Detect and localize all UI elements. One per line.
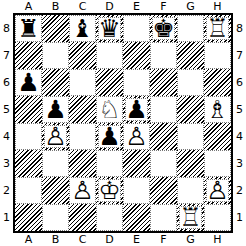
white-bishop[interactable]: ♗ — [206, 96, 228, 123]
square-d4[interactable]: ♟ — [96, 123, 123, 150]
square-b6[interactable] — [42, 69, 69, 96]
square-g1[interactable]: ♖ — [177, 204, 204, 231]
rank-label: 6 — [233, 69, 246, 96]
square-d8[interactable]: ♛ — [96, 15, 123, 42]
square-f3[interactable] — [150, 150, 177, 177]
rank-labels-left: 87654321 — [0, 15, 13, 231]
square-g3[interactable] — [177, 150, 204, 177]
square-h6[interactable] — [204, 69, 231, 96]
square-b5[interactable]: ♟ — [42, 96, 69, 123]
square-d6[interactable] — [96, 69, 123, 96]
square-h2[interactable]: ♙ — [204, 177, 231, 204]
rank-label: 7 — [233, 42, 246, 69]
square-e3[interactable] — [123, 150, 150, 177]
file-label: D — [96, 0, 123, 13]
square-f7[interactable] — [150, 42, 177, 69]
square-b8[interactable] — [42, 15, 69, 42]
square-d7[interactable] — [96, 42, 123, 69]
rank-label: 3 — [0, 150, 13, 177]
square-a4[interactable] — [15, 123, 42, 150]
rank-label: 5 — [233, 96, 246, 123]
square-b2[interactable] — [42, 177, 69, 204]
file-label: C — [69, 233, 96, 246]
square-f6[interactable] — [150, 69, 177, 96]
black-pawn[interactable]: ♟ — [98, 123, 120, 150]
square-h5[interactable]: ♗ — [204, 96, 231, 123]
rank-label: 8 — [0, 15, 13, 42]
rank-label: 2 — [0, 177, 13, 204]
white-pawn[interactable]: ♙ — [44, 123, 66, 150]
square-f5[interactable] — [150, 96, 177, 123]
black-bishop[interactable]: ♝ — [71, 15, 93, 42]
square-h1[interactable] — [204, 204, 231, 231]
file-labels-bottom: ABCDEFGH — [15, 233, 231, 246]
square-c6[interactable] — [69, 69, 96, 96]
black-pawn[interactable]: ♟ — [17, 69, 39, 96]
file-label: B — [42, 233, 69, 246]
black-pawn[interactable]: ♟ — [44, 96, 66, 123]
rank-label: 2 — [233, 177, 246, 204]
file-label: G — [177, 0, 204, 13]
square-b1[interactable] — [42, 204, 69, 231]
square-g8[interactable] — [177, 15, 204, 42]
square-b7[interactable] — [42, 42, 69, 69]
white-pawn[interactable]: ♙ — [206, 177, 228, 204]
square-c2[interactable]: ♙ — [69, 177, 96, 204]
square-d3[interactable] — [96, 150, 123, 177]
rank-labels-right: 87654321 — [233, 15, 246, 231]
black-king[interactable]: ♚ — [152, 15, 174, 42]
file-label: B — [42, 0, 69, 13]
square-b3[interactable] — [42, 150, 69, 177]
square-d1[interactable] — [96, 204, 123, 231]
black-rook[interactable]: ♜ — [17, 15, 39, 42]
file-labels-top: ABCDEFGH — [15, 0, 231, 13]
white-rook[interactable]: ♖ — [179, 204, 201, 231]
square-c5[interactable] — [69, 96, 96, 123]
square-g2[interactable] — [177, 177, 204, 204]
square-a8[interactable]: ♜ — [15, 15, 42, 42]
square-h3[interactable] — [204, 150, 231, 177]
square-f1[interactable] — [150, 204, 177, 231]
white-king[interactable]: ♔ — [98, 177, 120, 204]
rank-label: 4 — [233, 123, 246, 150]
square-c3[interactable] — [69, 150, 96, 177]
square-g7[interactable] — [177, 42, 204, 69]
square-d5[interactable]: ♘ — [96, 96, 123, 123]
rank-label: 4 — [0, 123, 13, 150]
file-label: A — [15, 233, 42, 246]
rank-label: 8 — [233, 15, 246, 42]
file-label: F — [150, 233, 177, 246]
square-e5[interactable]: ♟ — [123, 96, 150, 123]
file-label: A — [15, 0, 42, 13]
square-c7[interactable] — [69, 42, 96, 69]
square-c4[interactable] — [69, 123, 96, 150]
chess-board[interactable]: ♜♝♛♚♖♟♟♘♟♗♙♟♙♙♔♙♖ — [13, 13, 233, 233]
square-c8[interactable]: ♝ — [69, 15, 96, 42]
rank-label: 1 — [233, 204, 246, 231]
file-label: H — [204, 0, 231, 13]
square-f8[interactable]: ♚ — [150, 15, 177, 42]
file-label: F — [150, 0, 177, 13]
file-label: C — [69, 0, 96, 13]
rank-label: 6 — [0, 69, 13, 96]
square-h4[interactable] — [204, 123, 231, 150]
file-label: H — [204, 233, 231, 246]
square-f2[interactable] — [150, 177, 177, 204]
square-h8[interactable]: ♖ — [204, 15, 231, 42]
square-h7[interactable] — [204, 42, 231, 69]
square-a3[interactable] — [15, 150, 42, 177]
square-d2[interactable]: ♔ — [96, 177, 123, 204]
square-g4[interactable] — [177, 123, 204, 150]
chess-diagram: ABCDEFGH ABCDEFGH 87654321 87654321 ♜♝♛♚… — [0, 0, 246, 246]
square-c1[interactable] — [69, 204, 96, 231]
square-e6[interactable] — [123, 69, 150, 96]
square-e2[interactable] — [123, 177, 150, 204]
square-g5[interactable] — [177, 96, 204, 123]
square-e7[interactable] — [123, 42, 150, 69]
rank-label: 5 — [0, 96, 13, 123]
square-e1[interactable] — [123, 204, 150, 231]
black-pawn[interactable]: ♟ — [125, 96, 147, 123]
square-a1[interactable] — [15, 204, 42, 231]
file-label: E — [123, 233, 150, 246]
black-queen[interactable]: ♛ — [98, 15, 120, 42]
square-a5[interactable] — [15, 96, 42, 123]
square-f4[interactable] — [150, 123, 177, 150]
white-knight[interactable]: ♘ — [98, 96, 120, 123]
file-label: D — [96, 233, 123, 246]
square-g6[interactable] — [177, 69, 204, 96]
file-label: G — [177, 233, 204, 246]
square-b4[interactable]: ♙ — [42, 123, 69, 150]
square-a2[interactable] — [15, 177, 42, 204]
white-pawn[interactable]: ♙ — [71, 177, 93, 204]
square-a7[interactable] — [15, 42, 42, 69]
square-e8[interactable] — [123, 15, 150, 42]
rank-label: 1 — [0, 204, 13, 231]
square-e4[interactable]: ♙ — [123, 123, 150, 150]
white-rook[interactable]: ♖ — [206, 15, 228, 42]
square-a6[interactable]: ♟ — [15, 69, 42, 96]
white-pawn[interactable]: ♙ — [125, 123, 147, 150]
rank-label: 3 — [233, 150, 246, 177]
rank-label: 7 — [0, 42, 13, 69]
file-label: E — [123, 0, 150, 13]
